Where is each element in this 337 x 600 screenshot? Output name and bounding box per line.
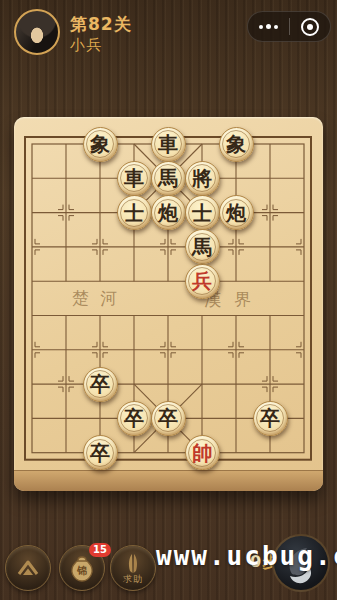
capsule-target-icon	[301, 18, 319, 36]
level-name: 小兵	[70, 36, 102, 55]
piece-black-士[interactable]: 士	[117, 195, 152, 230]
piece-black-車[interactable]: 車	[117, 161, 152, 196]
menu-expand-button[interactable]	[5, 545, 51, 591]
help-button[interactable]: 求助	[110, 545, 156, 591]
piece-black-炮[interactable]: 炮	[151, 195, 186, 230]
avatar[interactable]	[14, 9, 60, 55]
piece-black-卒[interactable]: 卒	[83, 435, 118, 470]
hint-bag-button[interactable]: 锦 15	[59, 545, 105, 591]
piece-red-帥[interactable]: 帥	[185, 435, 220, 470]
piece-black-卒[interactable]: 卒	[151, 401, 186, 436]
piece-black-卒[interactable]: 卒	[253, 401, 288, 436]
river-label-left: 楚河	[72, 287, 128, 310]
more-options-button[interactable]	[248, 12, 289, 41]
chevron-up-icon	[13, 553, 43, 583]
hint-badge: 15	[89, 543, 111, 557]
piece-black-士[interactable]: 士	[185, 195, 220, 230]
piece-black-卒[interactable]: 卒	[83, 367, 118, 402]
piece-black-馬[interactable]: 馬	[185, 229, 220, 264]
piece-red-兵[interactable]: 兵	[185, 264, 220, 299]
piece-black-卒[interactable]: 卒	[117, 401, 152, 436]
watermark: www.ucbug.cc	[156, 541, 337, 571]
piece-black-象[interactable]: 象	[219, 127, 254, 162]
more-dots-icon	[259, 24, 278, 29]
piece-black-車[interactable]: 車	[151, 127, 186, 162]
level-label: 第82关	[70, 13, 132, 36]
wechat-capsule	[247, 11, 331, 42]
piece-black-馬[interactable]: 馬	[151, 161, 186, 196]
close-miniprogram-button[interactable]	[290, 12, 331, 41]
app-screen: 第82关 小兵 楚河 漢界 象車象車馬將士炮士炮馬兵卒卒卒卒卒帥 锦 15	[0, 0, 337, 600]
piece-black-象[interactable]: 象	[83, 127, 118, 162]
piece-black-將[interactable]: 將	[185, 161, 220, 196]
xiangqi-board[interactable]: 楚河 漢界 象車象車馬將士炮士炮馬兵卒卒卒卒卒帥	[14, 117, 323, 491]
hint-bag-glyph: 锦	[76, 565, 87, 576]
piece-black-炮[interactable]: 炮	[219, 195, 254, 230]
help-label: 求助	[111, 573, 155, 586]
